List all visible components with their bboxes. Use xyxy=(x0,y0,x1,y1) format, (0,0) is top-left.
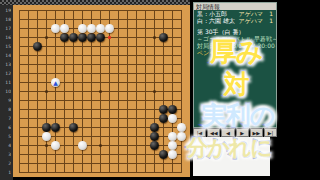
white-stone xyxy=(78,24,87,33)
white-player-label: 白：六園 雄太 xyxy=(197,17,235,24)
white-stone: ▲ xyxy=(51,78,60,87)
row-coordinate-label: 4 xyxy=(1,143,11,148)
go-broadcast-screen: 19181716151413121110987654321 ▲ 対局情報 黒：小… xyxy=(0,0,320,180)
row-coordinate-label: 12 xyxy=(1,71,11,76)
black-stone xyxy=(69,33,78,42)
row-coordinate-label: 19 xyxy=(1,8,11,13)
black-stone xyxy=(60,33,69,42)
caption-line-2: 対 xyxy=(156,67,316,102)
info-panel-title: 対局情報 xyxy=(194,3,276,10)
row-coordinate-label: 11 xyxy=(1,80,11,85)
row-coordinate-label: 9 xyxy=(1,98,11,103)
caption-line-1: 厚み xyxy=(156,34,316,70)
white-stone xyxy=(60,24,69,33)
white-stone xyxy=(87,24,96,33)
row-coordinate-label: 13 xyxy=(1,62,11,67)
white-player-row: 白：六園 雄太 アゲハマ 1 xyxy=(194,17,276,24)
white-stone xyxy=(42,132,51,141)
black-player-label: 黒：小五郎 xyxy=(197,10,227,17)
black-stone xyxy=(78,33,87,42)
white-stone xyxy=(51,24,60,33)
hoshi-point xyxy=(45,36,48,39)
white-captures: アゲハマ 1 xyxy=(239,17,273,24)
black-stone xyxy=(96,33,105,42)
row-coordinate-strip: 19181716151413121110987654321 xyxy=(0,5,13,180)
hoshi-point xyxy=(99,144,102,147)
white-stone xyxy=(105,24,114,33)
row-coordinate-label: 8 xyxy=(1,107,11,112)
black-stone xyxy=(69,123,78,132)
row-coordinate-label: 7 xyxy=(1,116,11,121)
triangle-marker: ▲ xyxy=(53,80,58,86)
last-move-red-dot xyxy=(108,36,111,39)
row-coordinate-label: 6 xyxy=(1,125,11,130)
black-stone xyxy=(42,123,51,132)
white-stone xyxy=(51,141,60,150)
row-coordinate-label: 3 xyxy=(1,152,11,157)
hoshi-point xyxy=(99,90,102,93)
hoshi-point xyxy=(45,144,48,147)
row-coordinate-label: 1 xyxy=(1,170,11,175)
white-stone xyxy=(78,141,87,150)
row-coordinate-label: 2 xyxy=(1,161,11,166)
row-coordinate-label: 10 xyxy=(1,89,11,94)
row-coordinate-label: 5 xyxy=(1,134,11,139)
black-captures: アゲハマ 1 xyxy=(239,10,273,17)
row-coordinate-label: 14 xyxy=(1,53,11,58)
black-stone xyxy=(51,123,60,132)
row-coordinate-label: 18 xyxy=(1,17,11,22)
black-stone xyxy=(87,33,96,42)
hoshi-point xyxy=(45,90,48,93)
caption-line-3: 実利の xyxy=(158,99,318,132)
black-stone xyxy=(33,42,42,51)
caption-line-4: 分かれに xyxy=(149,133,309,163)
row-coordinate-label: 17 xyxy=(1,26,11,31)
row-coordinate-label: 15 xyxy=(1,44,11,49)
black-player-row: 黒：小五郎 アゲハマ 1 xyxy=(194,10,276,17)
row-coordinate-label: 16 xyxy=(1,35,11,40)
white-stone xyxy=(96,24,105,33)
